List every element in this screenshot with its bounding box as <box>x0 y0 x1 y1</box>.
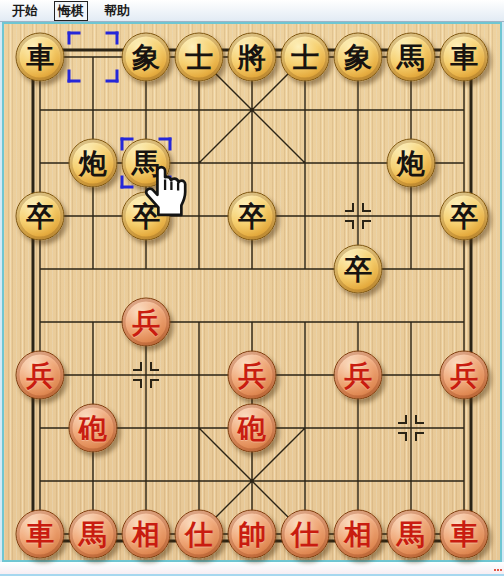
piece-black-cannon[interactable]: 炮 <box>69 139 118 188</box>
xiangqi-board[interactable]: 車象士將士象馬車炮馬炮卒卒卒卒卒兵兵兵兵兵砲砲車馬相仕帥仕相馬車 <box>4 24 500 560</box>
last-move-point-marker <box>398 415 424 441</box>
piece-black-soldier[interactable]: 卒 <box>440 192 489 241</box>
piece-glyph: 帥 <box>238 520 266 548</box>
piece-red-cannon[interactable]: 砲 <box>69 404 118 453</box>
piece-glyph: 馬 <box>397 520 425 548</box>
piece-black-advisor[interactable]: 士 <box>281 33 330 82</box>
piece-glyph: 馬 <box>79 520 107 548</box>
piece-black-elephant[interactable]: 象 <box>122 33 171 82</box>
piece-black-general[interactable]: 將 <box>228 33 277 82</box>
piece-red-soldier[interactable]: 兵 <box>334 351 383 400</box>
piece-glyph: 相 <box>344 520 372 548</box>
piece-glyph: 仕 <box>291 520 319 548</box>
board-grid-lines <box>4 24 500 560</box>
piece-black-elephant[interactable]: 象 <box>334 33 383 82</box>
piece-black-soldier[interactable]: 卒 <box>228 192 277 241</box>
piece-glyph: 將 <box>238 43 266 71</box>
piece-glyph: 士 <box>185 43 213 71</box>
piece-red-elephant[interactable]: 相 <box>334 510 383 559</box>
piece-red-rook[interactable]: 車 <box>16 510 65 559</box>
piece-red-general[interactable]: 帥 <box>228 510 277 559</box>
piece-glyph: 炮 <box>79 149 107 177</box>
piece-red-soldier[interactable]: 兵 <box>122 298 171 347</box>
menu-item-undo[interactable]: 悔棋 <box>54 1 88 21</box>
selection-brackets <box>70 34 117 81</box>
piece-glyph: 兵 <box>132 308 160 336</box>
last-move-point-marker <box>345 203 371 229</box>
piece-glyph: 兵 <box>344 361 372 389</box>
hand-cursor-icon <box>144 164 190 218</box>
piece-glyph: 兵 <box>450 361 478 389</box>
piece-glyph: 車 <box>26 43 54 71</box>
piece-glyph: 車 <box>450 520 478 548</box>
piece-red-horse[interactable]: 馬 <box>387 510 436 559</box>
piece-black-soldier[interactable]: 卒 <box>16 192 65 241</box>
piece-red-rook[interactable]: 車 <box>440 510 489 559</box>
piece-glyph: 砲 <box>79 414 107 442</box>
piece-red-advisor[interactable]: 仕 <box>281 510 330 559</box>
piece-black-soldier[interactable]: 卒 <box>334 245 383 294</box>
piece-glyph: 車 <box>450 43 478 71</box>
piece-glyph: 車 <box>26 520 54 548</box>
piece-glyph: 馬 <box>397 43 425 71</box>
board-panel: 車象士將士象馬車炮馬炮卒卒卒卒卒兵兵兵兵兵砲砲車馬相仕帥仕相馬車 <box>2 22 502 562</box>
piece-red-horse[interactable]: 馬 <box>69 510 118 559</box>
piece-red-elephant[interactable]: 相 <box>122 510 171 559</box>
resize-grip-icon[interactable] <box>494 563 502 571</box>
piece-red-soldier[interactable]: 兵 <box>440 351 489 400</box>
menu-item-start[interactable]: 开始 <box>10 1 40 21</box>
piece-glyph: 砲 <box>238 414 266 442</box>
piece-black-advisor[interactable]: 士 <box>175 33 224 82</box>
piece-glyph: 卒 <box>238 202 266 230</box>
piece-glyph: 士 <box>291 43 319 71</box>
piece-glyph: 卒 <box>450 202 478 230</box>
piece-glyph: 兵 <box>238 361 266 389</box>
piece-red-soldier[interactable]: 兵 <box>228 351 277 400</box>
piece-glyph: 炮 <box>397 149 425 177</box>
piece-red-soldier[interactable]: 兵 <box>16 351 65 400</box>
menu-item-help[interactable]: 帮助 <box>102 1 132 21</box>
piece-glyph: 卒 <box>26 202 54 230</box>
piece-glyph: 卒 <box>344 255 372 283</box>
piece-black-horse[interactable]: 馬 <box>387 33 436 82</box>
piece-black-rook[interactable]: 車 <box>440 33 489 82</box>
piece-black-rook[interactable]: 車 <box>16 33 65 82</box>
piece-glyph: 象 <box>344 43 372 71</box>
status-bar <box>0 562 504 576</box>
piece-black-cannon[interactable]: 炮 <box>387 139 436 188</box>
piece-red-cannon[interactable]: 砲 <box>228 404 277 453</box>
piece-glyph: 相 <box>132 520 160 548</box>
menu-bar: 开始 悔棋 帮助 <box>0 0 504 22</box>
piece-glyph: 象 <box>132 43 160 71</box>
piece-glyph: 兵 <box>26 361 54 389</box>
last-move-point-marker <box>133 362 159 388</box>
piece-glyph: 仕 <box>185 520 213 548</box>
piece-red-advisor[interactable]: 仕 <box>175 510 224 559</box>
